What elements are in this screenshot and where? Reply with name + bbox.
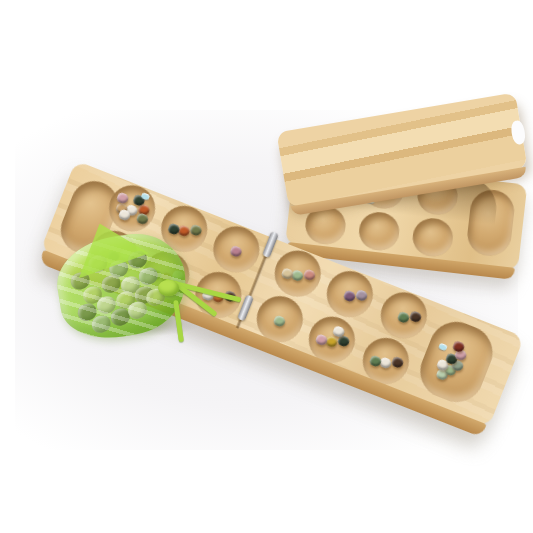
stone-purple[interactable] [343,289,357,302]
folded-pit-5[interactable] [357,210,401,252]
product-photo [0,0,533,533]
stone-green[interactable] [397,311,411,324]
pit-f5[interactable] [302,310,362,370]
stone-dark_brown[interactable] [391,356,405,369]
store-right[interactable] [412,314,500,410]
folded-store[interactable] [465,188,516,259]
stone-bag[interactable] [56,226,256,351]
bag-stone [127,300,148,320]
bag-stone [100,274,121,294]
bag-knot [158,280,179,296]
pit-f6[interactable] [356,331,416,391]
stone-dark_brown[interactable] [409,310,423,323]
folded-pit-6[interactable] [411,216,455,258]
stone-light_green[interactable] [273,315,287,328]
stone-lavender_gray[interactable] [355,289,369,302]
finger-notch [510,120,527,146]
bag-stone [91,314,112,334]
stone-olive_green[interactable] [136,212,150,225]
stone-salmon_pink[interactable] [303,268,317,281]
hinge-top [262,231,279,258]
pit-f4[interactable] [250,289,310,349]
bag-stone [138,266,159,286]
